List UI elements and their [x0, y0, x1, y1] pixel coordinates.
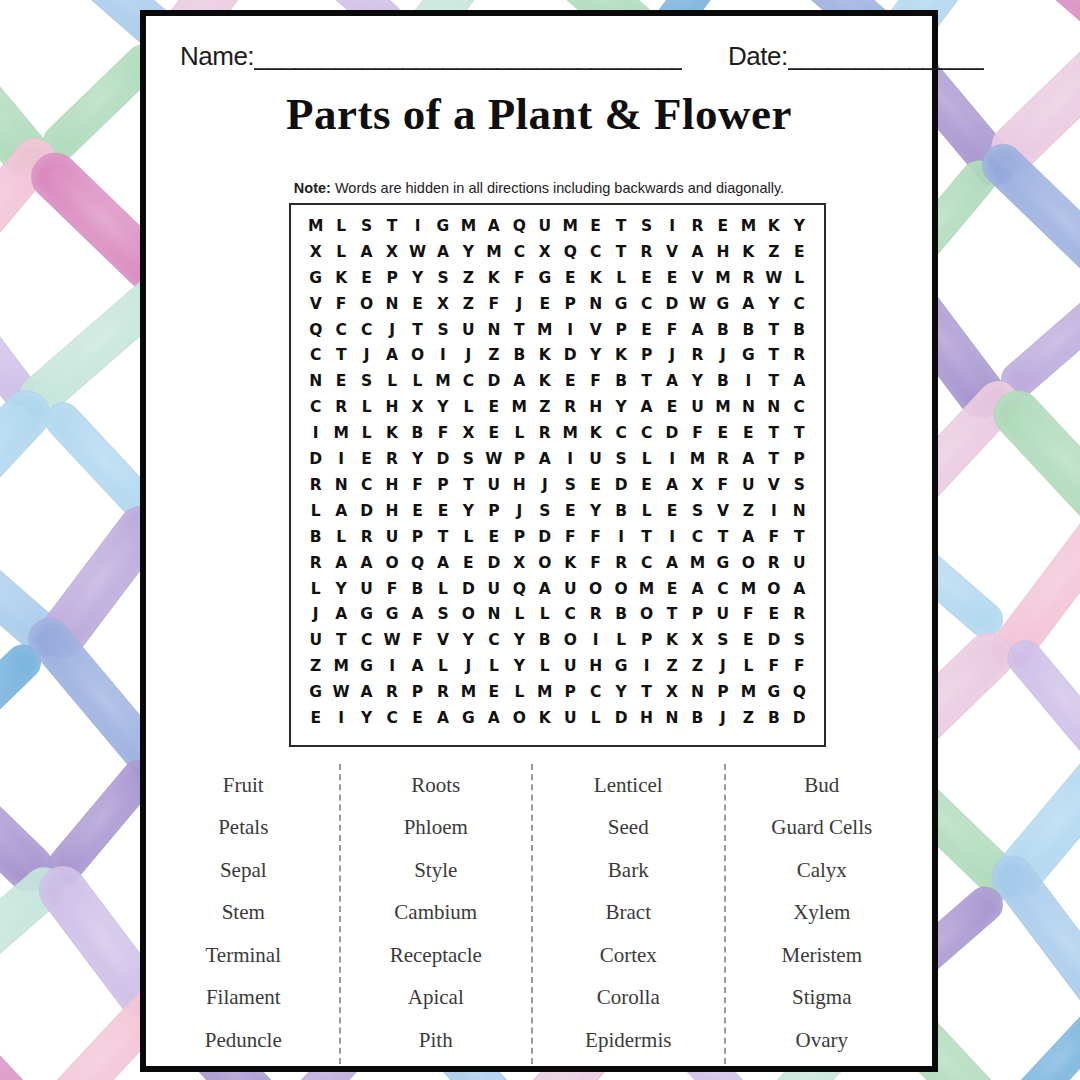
grid-cell[interactable]: X [507, 550, 532, 576]
word-item[interactable]: Ovary [726, 1019, 919, 1062]
grid-cell[interactable]: W [685, 291, 710, 317]
grid-cell[interactable]: A [481, 705, 506, 731]
grid-cell[interactable]: L [456, 524, 481, 550]
grid-cell[interactable]: R [710, 446, 735, 472]
grid-cell[interactable]: A [532, 576, 557, 602]
grid-cell[interactable]: Y [507, 627, 532, 653]
grid-cell[interactable]: U [558, 705, 583, 731]
grid-cell[interactable]: F [787, 653, 812, 679]
grid-cell[interactable]: X [685, 472, 710, 498]
word-item[interactable]: Epidermis [533, 1019, 724, 1062]
grid-cell[interactable]: R [558, 394, 583, 420]
grid-cell[interactable]: I [608, 524, 633, 550]
word-item[interactable]: Peduncle [148, 1019, 339, 1062]
grid-cell[interactable]: Q [507, 213, 532, 239]
grid-cell[interactable]: R [303, 550, 328, 576]
grid-cell[interactable]: G [736, 342, 761, 368]
grid-cell[interactable]: H [583, 394, 608, 420]
grid-cell[interactable]: R [685, 342, 710, 368]
grid-cell[interactable]: N [328, 472, 353, 498]
grid-cell[interactable]: T [328, 627, 353, 653]
grid-cell[interactable]: J [456, 653, 481, 679]
grid-cell[interactable]: M [507, 394, 532, 420]
grid-cell[interactable]: F [761, 524, 786, 550]
grid-cell[interactable]: H [379, 394, 404, 420]
grid-cell[interactable]: I [659, 213, 684, 239]
word-item[interactable]: Receptacle [341, 934, 532, 977]
grid-cell[interactable]: C [710, 576, 735, 602]
grid-cell[interactable]: R [303, 472, 328, 498]
grid-cell[interactable]: L [456, 394, 481, 420]
grid-cell[interactable]: M [328, 653, 353, 679]
grid-cell[interactable]: G [354, 653, 379, 679]
grid-cell[interactable]: F [710, 472, 735, 498]
grid-cell[interactable]: M [532, 317, 557, 343]
word-item[interactable]: Apical [341, 977, 532, 1020]
grid-cell[interactable]: E [583, 472, 608, 498]
grid-cell[interactable]: P [405, 524, 430, 550]
grid-cell[interactable]: B [787, 317, 812, 343]
grid-cell[interactable]: V [303, 291, 328, 317]
grid-cell[interactable]: F [583, 550, 608, 576]
grid-cell[interactable]: E [456, 550, 481, 576]
grid-cell[interactable]: E [583, 213, 608, 239]
word-item[interactable]: Stigma [726, 977, 919, 1020]
grid-cell[interactable]: J [710, 705, 735, 731]
grid-cell[interactable]: L [328, 239, 353, 265]
grid-cell[interactable]: Z [685, 653, 710, 679]
grid-cell[interactable]: E [710, 213, 735, 239]
grid-cell[interactable]: I [303, 420, 328, 446]
grid-cell[interactable]: L [481, 653, 506, 679]
grid-cell[interactable]: O [532, 550, 557, 576]
grid-cell[interactable]: D [608, 472, 633, 498]
grid-cell[interactable]: L [354, 420, 379, 446]
grid-cell[interactable]: E [634, 472, 659, 498]
grid-cell[interactable]: A [736, 291, 761, 317]
grid-cell[interactable]: K [532, 705, 557, 731]
grid-cell[interactable]: I [328, 446, 353, 472]
grid-cell[interactable]: E [558, 498, 583, 524]
grid-cell[interactable]: U [456, 317, 481, 343]
grid-cell[interactable]: Z [456, 265, 481, 291]
grid-cell[interactable]: U [379, 524, 404, 550]
grid-cell[interactable]: W [328, 679, 353, 705]
grid-cell[interactable]: O [379, 550, 404, 576]
grid-cell[interactable]: E [710, 420, 735, 446]
grid-cell[interactable]: D [456, 576, 481, 602]
grid-cell[interactable]: E [328, 368, 353, 394]
grid-cell[interactable]: B [761, 705, 786, 731]
name-field[interactable]: __________________________________ [254, 41, 682, 72]
grid-cell[interactable]: C [583, 679, 608, 705]
grid-cell[interactable]: I [558, 446, 583, 472]
grid-cell[interactable]: I [634, 653, 659, 679]
grid-cell[interactable]: U [303, 627, 328, 653]
grid-cell[interactable]: L [507, 420, 532, 446]
grid-cell[interactable]: U [736, 472, 761, 498]
grid-cell[interactable]: S [456, 446, 481, 472]
grid-cell[interactable]: B [608, 368, 633, 394]
grid-cell[interactable]: F [685, 420, 710, 446]
grid-cell[interactable]: L [328, 524, 353, 550]
grid-cell[interactable]: W [379, 627, 404, 653]
grid-cell[interactable]: X [659, 679, 684, 705]
grid-cell[interactable]: P [634, 342, 659, 368]
word-item[interactable]: Guard Cells [726, 807, 919, 850]
grid-cell[interactable]: E [659, 498, 684, 524]
grid-cell[interactable]: A [736, 446, 761, 472]
word-item[interactable]: Cambium [341, 892, 532, 935]
grid-cell[interactable]: L [379, 368, 404, 394]
grid-cell[interactable]: T [761, 342, 786, 368]
grid-cell[interactable]: Z [456, 291, 481, 317]
word-item[interactable]: Cortex [533, 934, 724, 977]
grid-cell[interactable]: K [659, 627, 684, 653]
grid-cell[interactable]: B [405, 576, 430, 602]
grid-cell[interactable]: D [532, 524, 557, 550]
grid-cell[interactable]: D [481, 550, 506, 576]
grid-cell[interactable]: E [430, 498, 455, 524]
grid-cell[interactable]: R [379, 679, 404, 705]
grid-cell[interactable]: I [659, 446, 684, 472]
grid-cell[interactable]: L [634, 446, 659, 472]
grid-cell[interactable]: A [354, 239, 379, 265]
grid-cell[interactable]: E [354, 265, 379, 291]
word-item[interactable]: Corolla [533, 977, 724, 1020]
grid-cell[interactable]: P [634, 627, 659, 653]
grid-cell[interactable]: A [379, 342, 404, 368]
grid-cell[interactable]: C [303, 342, 328, 368]
grid-cell[interactable]: S [430, 317, 455, 343]
grid-cell[interactable]: G [532, 265, 557, 291]
grid-cell[interactable]: D [787, 705, 812, 731]
grid-cell[interactable]: H [710, 239, 735, 265]
grid-cell[interactable]: N [787, 498, 812, 524]
grid-cell[interactable]: D [659, 420, 684, 446]
grid-cell[interactable]: S [354, 213, 379, 239]
grid-cell[interactable]: B [710, 368, 735, 394]
grid-cell[interactable]: W [761, 265, 786, 291]
grid-cell[interactable]: L [303, 498, 328, 524]
grid-cell[interactable]: C [328, 317, 353, 343]
grid-cell[interactable]: X [405, 394, 430, 420]
grid-cell[interactable]: P [710, 679, 735, 705]
grid-cell[interactable]: C [303, 394, 328, 420]
grid-cell[interactable]: X [430, 291, 455, 317]
grid-cell[interactable]: J [507, 291, 532, 317]
grid-cell[interactable]: A [659, 472, 684, 498]
grid-cell[interactable]: S [710, 627, 735, 653]
grid-cell[interactable]: E [405, 291, 430, 317]
grid-cell[interactable]: E [659, 394, 684, 420]
grid-cell[interactable]: C [787, 291, 812, 317]
grid-cell[interactable]: U [481, 576, 506, 602]
grid-cell[interactable]: K [481, 265, 506, 291]
grid-cell[interactable]: X [532, 239, 557, 265]
word-item[interactable]: Terminal [148, 934, 339, 977]
grid-cell[interactable]: H [507, 472, 532, 498]
grid-cell[interactable]: L [532, 653, 557, 679]
grid-cell[interactable]: L [608, 627, 633, 653]
grid-cell[interactable]: A [430, 550, 455, 576]
grid-cell[interactable]: Z [303, 653, 328, 679]
grid-cell[interactable]: F [481, 291, 506, 317]
grid-cell[interactable]: G [354, 601, 379, 627]
grid-cell[interactable]: R [634, 239, 659, 265]
grid-cell[interactable]: O [456, 601, 481, 627]
grid-cell[interactable]: O [634, 601, 659, 627]
grid-cell[interactable]: Z [532, 394, 557, 420]
grid-cell[interactable]: I [328, 705, 353, 731]
grid-cell[interactable]: T [507, 317, 532, 343]
grid-cell[interactable]: Z [481, 342, 506, 368]
grid-cell[interactable]: Y [456, 627, 481, 653]
grid-cell[interactable]: Y [456, 239, 481, 265]
grid-cell[interactable]: J [379, 317, 404, 343]
grid-cell[interactable]: J [659, 342, 684, 368]
grid-cell[interactable]: D [608, 705, 633, 731]
grid-cell[interactable]: P [787, 446, 812, 472]
grid-cell[interactable]: G [608, 653, 633, 679]
grid-cell[interactable]: C [787, 394, 812, 420]
grid-cell[interactable]: X [456, 420, 481, 446]
grid-cell[interactable]: U [558, 653, 583, 679]
grid-cell[interactable]: I [405, 213, 430, 239]
grid-cell[interactable]: E [634, 317, 659, 343]
grid-cell[interactable]: S [787, 472, 812, 498]
grid-cell[interactable]: A [532, 446, 557, 472]
grid-cell[interactable]: R [354, 524, 379, 550]
grid-cell[interactable]: E [354, 446, 379, 472]
grid-cell[interactable]: P [430, 472, 455, 498]
grid-cell[interactable]: J [710, 653, 735, 679]
grid-cell[interactable]: C [685, 524, 710, 550]
word-item[interactable]: Bark [533, 849, 724, 892]
grid-cell[interactable]: I [558, 317, 583, 343]
grid-cell[interactable]: L [608, 265, 633, 291]
word-item[interactable]: Bract [533, 892, 724, 935]
grid-cell[interactable]: V [430, 627, 455, 653]
grid-cell[interactable]: B [608, 601, 633, 627]
grid-cell[interactable]: F [405, 472, 430, 498]
grid-cell[interactable]: C [634, 291, 659, 317]
grid-cell[interactable]: T [761, 420, 786, 446]
grid-cell[interactable]: F [405, 627, 430, 653]
grid-cell[interactable]: A [328, 601, 353, 627]
grid-cell[interactable]: Q [787, 679, 812, 705]
grid-cell[interactable]: X [379, 239, 404, 265]
grid-cell[interactable]: H [583, 653, 608, 679]
grid-cell[interactable]: N [481, 601, 506, 627]
grid-cell[interactable]: Z [761, 239, 786, 265]
grid-cell[interactable]: Y [608, 394, 633, 420]
grid-cell[interactable]: O [507, 705, 532, 731]
grid-cell[interactable]: K [379, 420, 404, 446]
grid-cell[interactable]: C [481, 627, 506, 653]
grid-cell[interactable]: S [558, 472, 583, 498]
grid-cell[interactable]: D [481, 368, 506, 394]
grid-cell[interactable]: J [507, 498, 532, 524]
grid-cell[interactable]: O [405, 342, 430, 368]
grid-cell[interactable]: O [736, 550, 761, 576]
grid-cell[interactable]: L [430, 576, 455, 602]
grid-cell[interactable]: Y [456, 498, 481, 524]
grid-cell[interactable]: G [456, 705, 481, 731]
grid-cell[interactable]: T [328, 342, 353, 368]
word-item[interactable]: Petals [148, 807, 339, 850]
grid-cell[interactable]: A [354, 550, 379, 576]
grid-cell[interactable]: M [736, 213, 761, 239]
grid-cell[interactable]: S [634, 213, 659, 239]
grid-cell[interactable]: E [761, 601, 786, 627]
grid-cell[interactable]: F [558, 524, 583, 550]
word-item[interactable]: Lenticel [533, 764, 724, 807]
grid-cell[interactable]: X [303, 239, 328, 265]
grid-cell[interactable]: R [532, 420, 557, 446]
grid-cell[interactable]: H [634, 705, 659, 731]
grid-cell[interactable]: L [736, 653, 761, 679]
word-item[interactable]: Stem [148, 892, 339, 935]
grid-cell[interactable]: W [405, 239, 430, 265]
grid-cell[interactable]: Q [405, 550, 430, 576]
grid-cell[interactable]: S [430, 601, 455, 627]
grid-cell[interactable]: Z [736, 498, 761, 524]
grid-cell[interactable]: P [507, 446, 532, 472]
grid-cell[interactable]: A [787, 368, 812, 394]
grid-cell[interactable]: Q [507, 576, 532, 602]
grid-cell[interactable]: L [634, 498, 659, 524]
grid-cell[interactable]: G [761, 679, 786, 705]
grid-cell[interactable]: J [354, 342, 379, 368]
grid-cell[interactable]: T [379, 213, 404, 239]
grid-cell[interactable]: E [532, 291, 557, 317]
grid-cell[interactable]: F [583, 524, 608, 550]
grid-cell[interactable]: F [328, 291, 353, 317]
grid-cell[interactable]: J [303, 601, 328, 627]
grid-cell[interactable]: I [583, 627, 608, 653]
grid-cell[interactable]: E [481, 394, 506, 420]
grid-cell[interactable]: P [558, 291, 583, 317]
grid-cell[interactable]: Z [659, 653, 684, 679]
grid-cell[interactable]: B [532, 627, 557, 653]
grid-cell[interactable]: V [710, 498, 735, 524]
grid-cell[interactable]: P [685, 601, 710, 627]
grid-cell[interactable]: A [659, 368, 684, 394]
grid-cell[interactable]: P [481, 498, 506, 524]
grid-cell[interactable]: M [456, 213, 481, 239]
grid-cell[interactable]: M [710, 394, 735, 420]
grid-cell[interactable]: E [481, 679, 506, 705]
grid-cell[interactable]: D [430, 446, 455, 472]
grid-cell[interactable]: M [685, 446, 710, 472]
grid-cell[interactable]: A [634, 394, 659, 420]
grid-cell[interactable]: T [787, 524, 812, 550]
grid-cell[interactable]: Y [583, 342, 608, 368]
grid-cell[interactable]: E [405, 498, 430, 524]
grid-cell[interactable]: N [303, 368, 328, 394]
grid-cell[interactable]: C [583, 239, 608, 265]
grid-cell[interactable]: B [685, 705, 710, 731]
word-item[interactable]: Xylem [726, 892, 919, 935]
grid-cell[interactable]: N [583, 291, 608, 317]
grid-cell[interactable]: C [507, 239, 532, 265]
grid-cell[interactable]: C [379, 705, 404, 731]
grid-cell[interactable]: W [481, 446, 506, 472]
grid-cell[interactable]: M [634, 576, 659, 602]
grid-cell[interactable]: N [761, 394, 786, 420]
grid-cell[interactable]: F [659, 317, 684, 343]
grid-cell[interactable]: J [456, 342, 481, 368]
grid-cell[interactable]: C [354, 627, 379, 653]
grid-cell[interactable]: B [736, 317, 761, 343]
grid-cell[interactable]: P [379, 265, 404, 291]
grid-cell[interactable]: R [787, 601, 812, 627]
grid-cell[interactable]: C [354, 472, 379, 498]
grid-cell[interactable]: P [608, 317, 633, 343]
date-field[interactable]: ________________ [788, 41, 984, 72]
grid-cell[interactable]: U [710, 601, 735, 627]
grid-cell[interactable]: Y [507, 653, 532, 679]
word-item[interactable]: Roots [341, 764, 532, 807]
grid-cell[interactable]: A [430, 239, 455, 265]
word-item[interactable]: Seed [533, 807, 724, 850]
grid-cell[interactable]: F [761, 653, 786, 679]
grid-cell[interactable]: A [685, 317, 710, 343]
grid-cell[interactable]: E [558, 265, 583, 291]
grid-cell[interactable]: T [608, 239, 633, 265]
grid-cell[interactable]: G [608, 291, 633, 317]
grid-cell[interactable]: C [634, 420, 659, 446]
grid-cell[interactable]: C [634, 550, 659, 576]
grid-cell[interactable]: U [354, 576, 379, 602]
grid-cell[interactable]: B [507, 342, 532, 368]
grid-cell[interactable]: F [736, 601, 761, 627]
grid-cell[interactable]: C [456, 368, 481, 394]
grid-cell[interactable]: M [456, 679, 481, 705]
grid-cell[interactable]: R [379, 446, 404, 472]
grid-cell[interactable]: G [710, 291, 735, 317]
grid-cell[interactable]: I [430, 342, 455, 368]
word-item[interactable]: Filament [148, 977, 339, 1020]
grid-cell[interactable]: C [354, 317, 379, 343]
grid-cell[interactable]: O [354, 291, 379, 317]
grid-cell[interactable]: P [507, 524, 532, 550]
grid-cell[interactable]: G [303, 265, 328, 291]
grid-cell[interactable]: T [634, 368, 659, 394]
grid-cell[interactable]: S [430, 265, 455, 291]
grid-cell[interactable]: U [787, 550, 812, 576]
grid-cell[interactable]: F [507, 265, 532, 291]
grid-cell[interactable]: T [405, 317, 430, 343]
grid-cell[interactable]: O [583, 576, 608, 602]
grid-cell[interactable]: U [583, 446, 608, 472]
grid-cell[interactable]: T [761, 446, 786, 472]
grid-cell[interactable]: K [532, 342, 557, 368]
grid-cell[interactable]: V [685, 265, 710, 291]
grid-cell[interactable]: E [659, 265, 684, 291]
grid-cell[interactable]: S [532, 498, 557, 524]
grid-cell[interactable]: A [481, 213, 506, 239]
grid-cell[interactable]: K [583, 420, 608, 446]
grid-cell[interactable]: M [736, 576, 761, 602]
grid-cell[interactable]: K [532, 368, 557, 394]
grid-cell[interactable]: A [787, 576, 812, 602]
grid-cell[interactable]: S [608, 446, 633, 472]
grid-cell[interactable]: D [558, 342, 583, 368]
grid-cell[interactable]: O [558, 627, 583, 653]
grid-cell[interactable]: A [328, 550, 353, 576]
